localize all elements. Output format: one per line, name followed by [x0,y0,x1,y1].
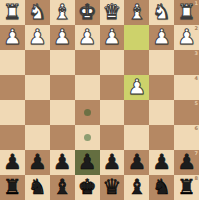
square-d6[interactable] [100,125,125,150]
black-pawn-g7[interactable]: ♟ [28,152,47,173]
black-knight-b8[interactable]: ♞ [152,177,171,198]
black-bishop-c8[interactable]: ♝ [127,177,146,198]
black-knight-g8[interactable]: ♞ [28,177,47,198]
square-h2[interactable]: ♟ [0,25,25,50]
move-hint-dot-e6[interactable] [84,134,91,141]
square-g3[interactable] [25,50,50,75]
chess-board: ♜♞♝♚♛♝♞♜1♟♟♟♟♟♟♟23♟456♟♟♟♟♟♟♟♟7♜♞♝♚♛♝♞♜8 [0,0,199,200]
square-g5[interactable] [25,100,50,125]
square-a2[interactable]: ♟2 [174,25,199,50]
square-e2[interactable]: ♟ [75,25,100,50]
square-d2[interactable]: ♟ [100,25,125,50]
square-e1[interactable]: ♚ [75,0,100,25]
square-d8[interactable]: ♛ [100,175,125,200]
square-b7[interactable]: ♟ [149,150,174,175]
rank-coordinate-3: 3 [195,50,198,56]
square-e3[interactable] [75,50,100,75]
square-f2[interactable]: ♟ [50,25,75,50]
white-bishop-c1[interactable]: ♝ [127,2,146,23]
white-king-e1[interactable]: ♚ [78,2,97,23]
square-c6[interactable] [124,125,149,150]
white-knight-g1[interactable]: ♞ [28,2,47,23]
square-f4[interactable] [50,75,75,100]
black-pawn-c7[interactable]: ♟ [127,152,146,173]
black-rook-a8[interactable]: ♜ [177,177,196,198]
square-b2[interactable]: ♟ [149,25,174,50]
square-b3[interactable] [149,50,174,75]
square-h4[interactable] [0,75,25,100]
white-queen-d1[interactable]: ♛ [103,2,122,23]
white-pawn-f2[interactable]: ♟ [53,27,72,48]
square-f3[interactable] [50,50,75,75]
square-e8[interactable]: ♚ [75,175,100,200]
square-b1[interactable]: ♞ [149,0,174,25]
square-d3[interactable] [100,50,125,75]
white-rook-h1[interactable]: ♜ [3,2,22,23]
rank-coordinate-4: 4 [195,75,198,81]
black-bishop-f8[interactable]: ♝ [53,177,72,198]
square-a4[interactable]: 4 [174,75,199,100]
white-knight-b1[interactable]: ♞ [152,2,171,23]
square-f7[interactable]: ♟ [50,150,75,175]
square-d7[interactable]: ♟ [100,150,125,175]
square-b6[interactable] [149,125,174,150]
board-grid: ♜♞♝♚♛♝♞♜1♟♟♟♟♟♟♟23♟456♟♟♟♟♟♟♟♟7♜♞♝♚♛♝♞♜8 [0,0,199,200]
square-h1[interactable]: ♜ [0,0,25,25]
square-h8[interactable]: ♜ [0,175,25,200]
square-e7[interactable]: ♟ [75,150,100,175]
white-rook-a1[interactable]: ♜ [177,2,196,23]
square-d5[interactable] [100,100,125,125]
square-g8[interactable]: ♞ [25,175,50,200]
square-e4[interactable] [75,75,100,100]
black-pawn-b7[interactable]: ♟ [152,152,171,173]
black-pawn-f7[interactable]: ♟ [53,152,72,173]
square-b4[interactable] [149,75,174,100]
square-f6[interactable] [50,125,75,150]
square-e6[interactable] [75,125,100,150]
white-pawn-h2[interactable]: ♟ [3,27,22,48]
square-f5[interactable] [50,100,75,125]
square-g4[interactable] [25,75,50,100]
square-c4[interactable]: ♟ [124,75,149,100]
square-b8[interactable]: ♞ [149,175,174,200]
square-c1[interactable]: ♝ [124,0,149,25]
square-g1[interactable]: ♞ [25,0,50,25]
black-pawn-d7[interactable]: ♟ [103,152,122,173]
black-pawn-e7[interactable]: ♟ [78,152,97,173]
black-pawn-h7[interactable]: ♟ [3,152,22,173]
square-f8[interactable]: ♝ [50,175,75,200]
square-d4[interactable] [100,75,125,100]
white-pawn-b2[interactable]: ♟ [152,27,171,48]
square-a1[interactable]: ♜1 [174,0,199,25]
square-b5[interactable] [149,100,174,125]
white-pawn-c4[interactable]: ♟ [127,77,146,98]
square-c3[interactable] [124,50,149,75]
square-h6[interactable] [0,125,25,150]
black-queen-d8[interactable]: ♛ [103,177,122,198]
square-c8[interactable]: ♝ [124,175,149,200]
square-c7[interactable]: ♟ [124,150,149,175]
black-king-e8[interactable]: ♚ [78,177,97,198]
rank-coordinate-5: 5 [195,100,198,106]
square-h5[interactable] [0,100,25,125]
square-h3[interactable] [0,50,25,75]
square-a8[interactable]: ♜8 [174,175,199,200]
square-h7[interactable]: ♟ [0,150,25,175]
move-hint-dot-e5[interactable] [84,109,91,116]
square-g2[interactable]: ♟ [25,25,50,50]
square-a3[interactable]: 3 [174,50,199,75]
square-d1[interactable]: ♛ [100,0,125,25]
white-pawn-g2[interactable]: ♟ [28,27,47,48]
square-a6[interactable]: 6 [174,125,199,150]
square-g6[interactable] [25,125,50,150]
square-a5[interactable]: 5 [174,100,199,125]
white-pawn-a2[interactable]: ♟ [177,27,196,48]
square-f1[interactable]: ♝ [50,0,75,25]
white-bishop-f1[interactable]: ♝ [53,2,72,23]
square-c5[interactable] [124,100,149,125]
black-pawn-a7[interactable]: ♟ [177,152,196,173]
square-a7[interactable]: ♟7 [174,150,199,175]
rank-coordinate-6: 6 [195,125,198,131]
square-g7[interactable]: ♟ [25,150,50,175]
black-rook-h8[interactable]: ♜ [3,177,22,198]
white-pawn-d2[interactable]: ♟ [103,27,122,48]
square-c2[interactable] [124,25,149,50]
white-pawn-e2[interactable]: ♟ [78,27,97,48]
square-e5[interactable] [75,100,100,125]
